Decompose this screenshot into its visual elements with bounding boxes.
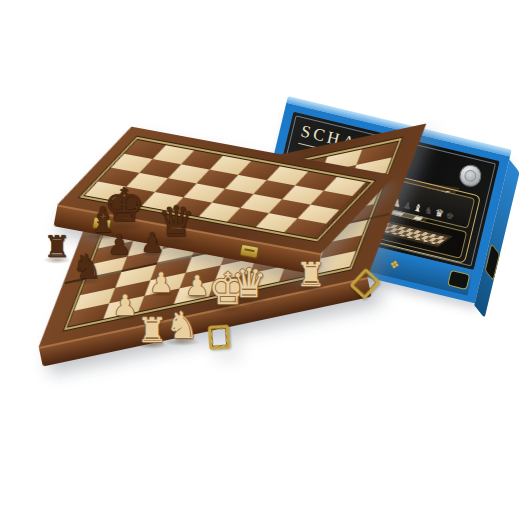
white-queen-mini-icon: ♛: [434, 207, 445, 219]
black-pawn-mini-icon: ♟: [402, 199, 413, 211]
brass-clasp-left-icon: [92, 216, 112, 231]
gold-maker-emblem-icon: ❖: [388, 257, 401, 272]
brass-latch-front-icon: [208, 325, 231, 350]
box-side-pill: [485, 243, 500, 281]
brass-clasp-right-icon: [239, 244, 259, 259]
product-photo-scene: SCHACH magnetisch ♟♚♟ ♟♟♝♞♛♚ magnetisch …: [0, 0, 520, 520]
black-knight-mini-icon: ♞: [423, 205, 434, 217]
white-bishop-mini-icon: ♝: [412, 202, 423, 214]
black-king-mini-icon: ♚: [444, 210, 455, 222]
box-corner-pill: [447, 270, 470, 290]
